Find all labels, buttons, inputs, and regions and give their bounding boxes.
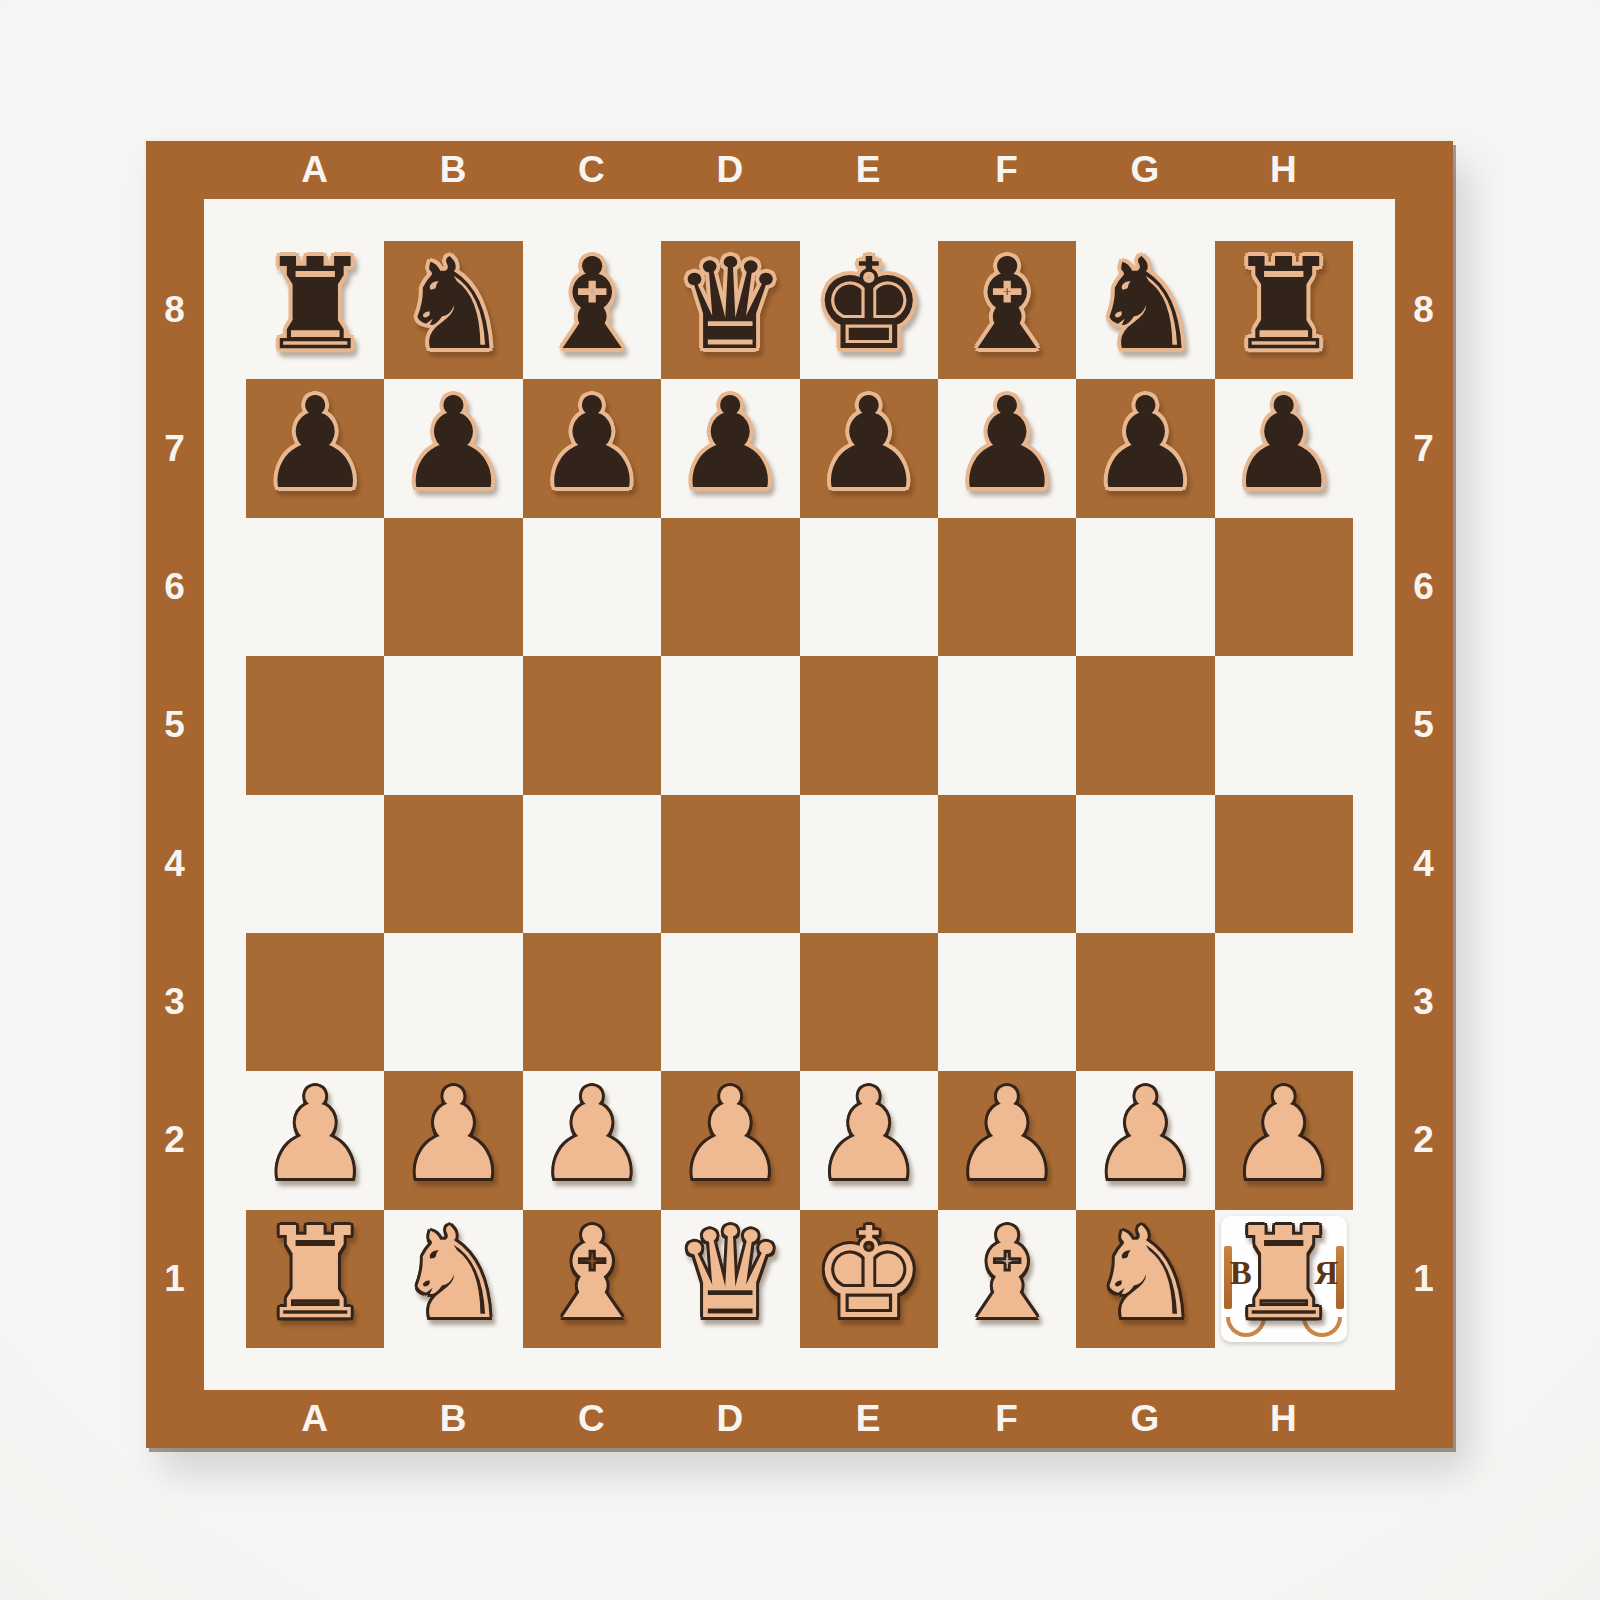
square-g8[interactable]: ♞ — [1076, 241, 1214, 379]
file-label-bottom-e: E — [800, 1390, 938, 1448]
square-f5[interactable] — [938, 656, 1076, 794]
square-h1[interactable]: ВЯ♜ — [1215, 1210, 1353, 1348]
white-king[interactable]: ♚ — [812, 1211, 925, 1337]
square-g5[interactable] — [1076, 656, 1214, 794]
rank-labels-right: 87654321 — [1395, 241, 1453, 1348]
square-d5[interactable] — [661, 656, 799, 794]
white-rook[interactable]: ♜ — [1227, 1211, 1340, 1337]
square-g6[interactable] — [1076, 518, 1214, 656]
black-pawn[interactable]: ♟ — [674, 381, 787, 507]
rank-label-right-1: 1 — [1395, 1210, 1453, 1348]
square-g1[interactable]: ♞ — [1076, 1210, 1214, 1348]
white-pawn[interactable]: ♟ — [259, 1072, 372, 1198]
square-a8[interactable]: ♜ — [246, 241, 384, 379]
file-label-top-e: E — [800, 141, 938, 199]
square-e2[interactable]: ♟ — [800, 1071, 938, 1209]
black-pawn[interactable]: ♟ — [951, 381, 1064, 507]
square-g4[interactable] — [1076, 795, 1214, 933]
rank-label-right-3: 3 — [1395, 933, 1453, 1071]
file-label-bottom-h: H — [1215, 1390, 1353, 1448]
file-label-top-d: D — [661, 141, 799, 199]
square-e7[interactable]: ♟ — [800, 379, 938, 517]
rank-label-right-8: 8 — [1395, 241, 1453, 379]
square-c3[interactable] — [523, 933, 661, 1071]
square-b5[interactable] — [384, 656, 522, 794]
black-bishop[interactable]: ♝ — [951, 242, 1064, 368]
squares-grid: ♜♞♝♛♚♝♞♜♟♟♟♟♟♟♟♟♟♟♟♟♟♟♟♟♜♞♝♛♚♝♞ВЯ♜ — [246, 241, 1353, 1348]
square-b2[interactable]: ♟ — [384, 1071, 522, 1209]
square-a6[interactable] — [246, 518, 384, 656]
square-d3[interactable] — [661, 933, 799, 1071]
black-pawn[interactable]: ♟ — [1227, 381, 1340, 507]
white-pawn[interactable]: ♟ — [1227, 1072, 1340, 1198]
rank-label-left-3: 3 — [146, 933, 204, 1071]
white-pawn[interactable]: ♟ — [812, 1072, 925, 1198]
white-rook[interactable]: ♜ — [259, 1211, 372, 1337]
black-pawn[interactable]: ♟ — [1089, 381, 1202, 507]
square-b8[interactable]: ♞ — [384, 241, 522, 379]
file-label-bottom-g: G — [1076, 1390, 1214, 1448]
rank-labels-left: 87654321 — [146, 241, 204, 1348]
square-a3[interactable] — [246, 933, 384, 1071]
square-h3[interactable] — [1215, 933, 1353, 1071]
square-a2[interactable]: ♟ — [246, 1071, 384, 1209]
square-f2[interactable]: ♟ — [938, 1071, 1076, 1209]
file-labels-bottom: ABCDEFGH — [246, 1390, 1353, 1448]
rank-label-left-8: 8 — [146, 241, 204, 379]
black-queen[interactable]: ♛ — [674, 242, 787, 368]
rank-label-right-7: 7 — [1395, 379, 1453, 517]
black-pawn[interactable]: ♟ — [397, 381, 510, 507]
square-a1[interactable]: ♜ — [246, 1210, 384, 1348]
square-d7[interactable]: ♟ — [661, 379, 799, 517]
square-a7[interactable]: ♟ — [246, 379, 384, 517]
square-c4[interactable] — [523, 795, 661, 933]
square-d4[interactable] — [661, 795, 799, 933]
file-label-bottom-f: F — [938, 1390, 1076, 1448]
square-h4[interactable] — [1215, 795, 1353, 933]
square-e3[interactable] — [800, 933, 938, 1071]
black-pawn[interactable]: ♟ — [535, 381, 648, 507]
square-h6[interactable] — [1215, 518, 1353, 656]
square-h5[interactable] — [1215, 656, 1353, 794]
white-queen[interactable]: ♛ — [674, 1211, 787, 1337]
rank-label-left-6: 6 — [146, 518, 204, 656]
square-c5[interactable] — [523, 656, 661, 794]
white-pawn[interactable]: ♟ — [535, 1072, 648, 1198]
file-label-bottom-d: D — [661, 1390, 799, 1448]
rank-label-right-4: 4 — [1395, 795, 1453, 933]
rank-label-right-2: 2 — [1395, 1071, 1453, 1209]
black-knight[interactable]: ♞ — [1089, 242, 1202, 368]
square-b6[interactable] — [384, 518, 522, 656]
square-c2[interactable]: ♟ — [523, 1071, 661, 1209]
square-h7[interactable]: ♟ — [1215, 379, 1353, 517]
file-labels-top: ABCDEFGH — [246, 141, 1353, 199]
white-bishop[interactable]: ♝ — [535, 1211, 648, 1337]
rank-label-right-6: 6 — [1395, 518, 1453, 656]
square-f6[interactable] — [938, 518, 1076, 656]
square-b3[interactable] — [384, 933, 522, 1071]
black-rook[interactable]: ♜ — [1227, 242, 1340, 368]
file-label-bottom-a: A — [246, 1390, 384, 1448]
rank-label-right-5: 5 — [1395, 656, 1453, 794]
square-e1[interactable]: ♚ — [800, 1210, 938, 1348]
square-d6[interactable] — [661, 518, 799, 656]
square-c6[interactable] — [523, 518, 661, 656]
square-b7[interactable]: ♟ — [384, 379, 522, 517]
rank-label-left-2: 2 — [146, 1071, 204, 1209]
square-c7[interactable]: ♟ — [523, 379, 661, 517]
file-label-bottom-c: C — [523, 1390, 661, 1448]
square-g3[interactable] — [1076, 933, 1214, 1071]
square-f7[interactable]: ♟ — [938, 379, 1076, 517]
square-f4[interactable] — [938, 795, 1076, 933]
file-label-top-h: H — [1215, 141, 1353, 199]
file-label-top-b: B — [384, 141, 522, 199]
white-bishop[interactable]: ♝ — [951, 1211, 1064, 1337]
square-h8[interactable]: ♜ — [1215, 241, 1353, 379]
black-knight[interactable]: ♞ — [397, 242, 510, 368]
white-knight[interactable]: ♞ — [1089, 1211, 1202, 1337]
square-b1[interactable]: ♞ — [384, 1210, 522, 1348]
black-pawn[interactable]: ♟ — [259, 381, 372, 507]
square-a4[interactable] — [246, 795, 384, 933]
black-rook[interactable]: ♜ — [259, 242, 372, 368]
square-b4[interactable] — [384, 795, 522, 933]
chessboard: ABCDEFGH ABCDEFGH 87654321 87654321 ♜♞♝♛… — [146, 141, 1453, 1448]
square-h2[interactable]: ♟ — [1215, 1071, 1353, 1209]
black-king[interactable]: ♚ — [812, 242, 925, 368]
rank-label-left-1: 1 — [146, 1210, 204, 1348]
square-f1[interactable]: ♝ — [938, 1210, 1076, 1348]
square-d2[interactable]: ♟ — [661, 1071, 799, 1209]
square-c8[interactable]: ♝ — [523, 241, 661, 379]
white-pawn[interactable]: ♟ — [397, 1072, 510, 1198]
square-d1[interactable]: ♛ — [661, 1210, 799, 1348]
file-label-bottom-b: B — [384, 1390, 522, 1448]
white-pawn[interactable]: ♟ — [1089, 1072, 1202, 1198]
white-pawn[interactable]: ♟ — [951, 1072, 1064, 1198]
square-f8[interactable]: ♝ — [938, 241, 1076, 379]
black-bishop[interactable]: ♝ — [535, 242, 648, 368]
file-label-top-a: A — [246, 141, 384, 199]
file-label-top-c: C — [523, 141, 661, 199]
square-a5[interactable] — [246, 656, 384, 794]
square-g7[interactable]: ♟ — [1076, 379, 1214, 517]
rank-label-left-7: 7 — [146, 379, 204, 517]
square-e8[interactable]: ♚ — [800, 241, 938, 379]
black-pawn[interactable]: ♟ — [812, 381, 925, 507]
file-label-top-f: F — [938, 141, 1076, 199]
white-knight[interactable]: ♞ — [397, 1211, 510, 1337]
square-f3[interactable] — [938, 933, 1076, 1071]
square-e6[interactable] — [800, 518, 938, 656]
white-pawn[interactable]: ♟ — [674, 1072, 787, 1198]
square-e4[interactable] — [800, 795, 938, 933]
rank-label-left-4: 4 — [146, 795, 204, 933]
square-e5[interactable] — [800, 656, 938, 794]
file-label-top-g: G — [1076, 141, 1214, 199]
rank-label-left-5: 5 — [146, 656, 204, 794]
square-c1[interactable]: ♝ — [523, 1210, 661, 1348]
square-g2[interactable]: ♟ — [1076, 1071, 1214, 1209]
square-d8[interactable]: ♛ — [661, 241, 799, 379]
